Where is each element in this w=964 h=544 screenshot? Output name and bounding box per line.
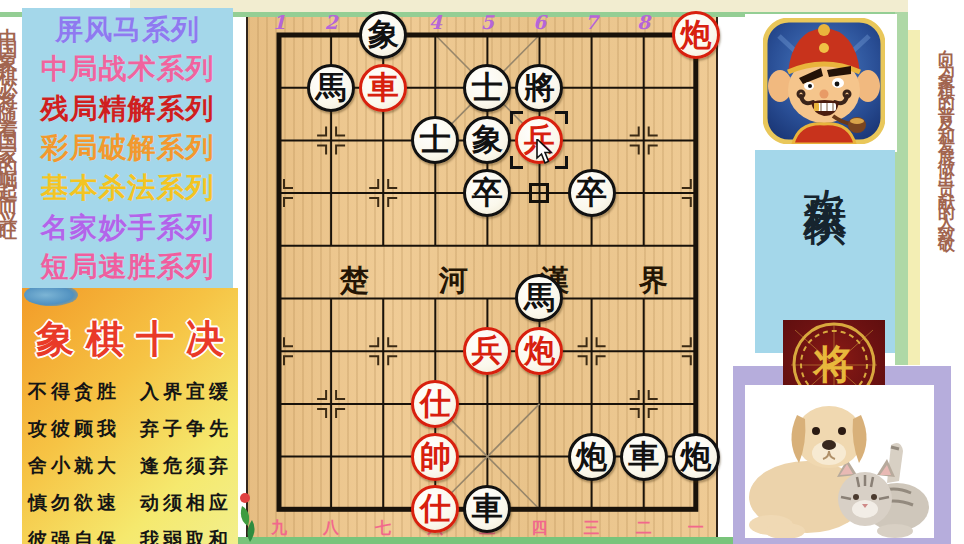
black-piece-馬-f2r2[interactable]: 馬 bbox=[307, 64, 355, 112]
happy-xiangqi-title: 欢乐象棋 bbox=[795, 154, 855, 170]
red-piece-兵-f5r7[interactable]: 兵 bbox=[463, 327, 511, 375]
maxim-phrase: 弃子争先 bbox=[140, 416, 232, 442]
menu-item-4[interactable]: 彩局破解系列 bbox=[22, 129, 233, 167]
red-piece-仕-f4r10[interactable]: 仕 bbox=[411, 485, 459, 533]
red-piece-炮-f6r7[interactable]: 炮 bbox=[515, 327, 563, 375]
black-piece-士-f5r2[interactable]: 士 bbox=[463, 64, 511, 112]
maxim-row-1: 不得贪胜入界宜缓 bbox=[22, 379, 238, 405]
board-cell-f4r10: 仕 bbox=[409, 483, 461, 536]
board-cell-f3r2: 車 bbox=[357, 61, 409, 114]
flower-decoration bbox=[24, 288, 78, 306]
xiangqi-board: 123456789 九八七六五四三二一 楚 河 漢 界 象炮馬車士將士象兵卒卒馬… bbox=[246, 17, 718, 537]
menu-item-6[interactable]: 名家妙手系列 bbox=[22, 209, 233, 247]
ten-maxims-panel: 象棋十决 不得贪胜入界宜缓攻彼顾我弃子争先舍小就大逢危须弃慎勿欲速动须相应彼强自… bbox=[22, 288, 238, 544]
black-piece-炮-f7r9[interactable]: 炮 bbox=[568, 433, 616, 481]
board-cell-f6r7: 炮 bbox=[513, 325, 565, 378]
menu-item-2[interactable]: 中局战术系列 bbox=[22, 50, 233, 88]
seal-character: 将 bbox=[812, 340, 854, 387]
leaf-flower-decoration bbox=[238, 490, 260, 544]
black-piece-象-f3r1[interactable]: 象 bbox=[359, 11, 407, 59]
menu-item-3[interactable]: 残局精解系列 bbox=[22, 90, 233, 128]
ten-maxims-title: 象棋十决 bbox=[22, 314, 238, 365]
red-piece-兵-f6r3[interactable]: 兵 bbox=[515, 116, 563, 164]
board-cell-f9r1: 炮 bbox=[670, 9, 722, 62]
black-piece-士-f4r3[interactable]: 士 bbox=[411, 116, 459, 164]
black-piece-馬-f6r6[interactable]: 馬 bbox=[515, 274, 563, 322]
red-piece-車-f3r2[interactable]: 車 bbox=[359, 64, 407, 112]
maxim-phrase: 慎勿欲速 bbox=[28, 490, 120, 516]
board-cell-f6r3: 兵 bbox=[513, 114, 565, 167]
board-piece-grid: 象炮馬車士將士象兵卒卒馬兵炮仕帥炮車炮仕車 bbox=[253, 9, 722, 536]
maxim-phrase: 入界宜缓 bbox=[140, 379, 232, 405]
right-yellow-strip bbox=[908, 30, 920, 365]
board-cell-f5r7: 兵 bbox=[461, 325, 513, 378]
maxim-phrase: 彼强自保 bbox=[28, 527, 120, 544]
black-piece-卒-f7r4[interactable]: 卒 bbox=[568, 169, 616, 217]
board-cell-f2r2: 馬 bbox=[305, 61, 357, 114]
maxim-phrase: 不得贪胜 bbox=[28, 379, 120, 405]
board-cell-f4r3: 士 bbox=[409, 114, 461, 167]
board-cell-f9r9: 炮 bbox=[670, 430, 722, 483]
board-cell-f4r9: 帥 bbox=[409, 430, 461, 483]
black-piece-車-f5r10[interactable]: 車 bbox=[463, 485, 511, 533]
maxim-phrase: 攻彼顾我 bbox=[28, 416, 120, 442]
black-piece-象-f5r3[interactable]: 象 bbox=[463, 116, 511, 164]
menu-item-1[interactable]: 屏风马系列 bbox=[22, 11, 233, 49]
board-cell-f6r6: 馬 bbox=[513, 272, 565, 325]
maxim-phrase: 逢危须弃 bbox=[140, 453, 232, 479]
series-menu-panel: 屏风马系列中局战术系列残局精解系列彩局破解系列基本杀法系列名家妙手系列短局速胜系… bbox=[22, 8, 233, 289]
black-piece-炮-f9r9[interactable]: 炮 bbox=[672, 433, 720, 481]
maxim-row-3: 舍小就大逢危须弃 bbox=[22, 453, 238, 479]
move-origin-marker bbox=[529, 183, 549, 203]
maxim-row-4: 慎勿欲速动须相应 bbox=[22, 490, 238, 516]
happy-xiangqi-app-icon[interactable] bbox=[763, 18, 885, 144]
ten-maxims-list: 不得贪胜入界宜缓攻彼顾我弃子争先舍小就大逢危须弃慎勿欲速动须相应彼强自保我弱取和 bbox=[22, 379, 238, 544]
board-cell-f5r4: 卒 bbox=[461, 167, 513, 220]
board-cell-f8r9: 車 bbox=[618, 430, 670, 483]
red-piece-帥-f4r9[interactable]: 帥 bbox=[411, 433, 459, 481]
board-cell-f5r2: 士 bbox=[461, 61, 513, 114]
move-origin-cell bbox=[513, 167, 565, 220]
board-cell-f5r10: 車 bbox=[461, 483, 513, 536]
menu-item-7[interactable]: 短局速胜系列 bbox=[22, 248, 233, 286]
left-vertical-slogan: 中国象棋必将随着国家的崛起而兴旺 bbox=[0, 12, 22, 544]
maxim-phrase: 动须相应 bbox=[140, 490, 232, 516]
maxim-row-5: 彼强自保我弱取和 bbox=[22, 527, 238, 544]
puppy-kitten-photo bbox=[745, 385, 934, 538]
board-cell-f7r9: 炮 bbox=[566, 430, 618, 483]
red-piece-仕-f4r8[interactable]: 仕 bbox=[411, 380, 459, 428]
board-cell-f4r8: 仕 bbox=[409, 377, 461, 430]
board-cell-f5r3: 象 bbox=[461, 114, 513, 167]
black-piece-車-f8r9[interactable]: 車 bbox=[620, 433, 668, 481]
black-piece-卒-f5r4[interactable]: 卒 bbox=[463, 169, 511, 217]
board-cell-f7r4: 卒 bbox=[566, 167, 618, 220]
maxim-phrase: 舍小就大 bbox=[28, 453, 120, 479]
maxim-phrase: 我弱取和 bbox=[140, 527, 232, 544]
board-cell-f3r1: 象 bbox=[357, 9, 409, 62]
menu-item-5[interactable]: 基本杀法系列 bbox=[22, 169, 233, 207]
red-piece-炮-f9r1[interactable]: 炮 bbox=[672, 11, 720, 59]
black-piece-將-f6r2[interactable]: 將 bbox=[515, 64, 563, 112]
board-cell-f6r2: 將 bbox=[513, 61, 565, 114]
xiangqi-video-frame: 中国象棋必将随着国家的崛起而兴旺 向为象棋的普及和发展做出贡献的人致敬 屏风马系… bbox=[0, 0, 964, 544]
maxim-row-2: 攻彼顾我弃子争先 bbox=[22, 416, 238, 442]
